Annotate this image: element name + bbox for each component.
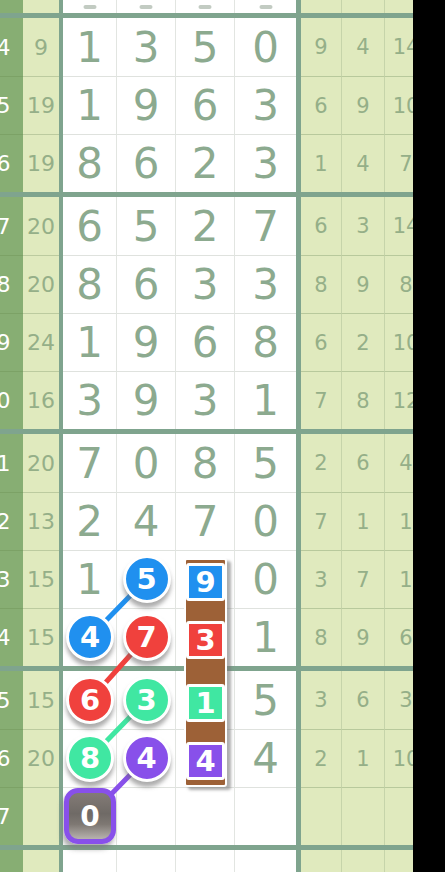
sum-cell-text: 16 bbox=[27, 388, 55, 413]
digit-cell: 5 bbox=[176, 18, 235, 76]
chart-row: 2132470711 bbox=[0, 492, 445, 550]
digit-cell bbox=[235, 0, 296, 13]
digit-cell-text: 0 bbox=[133, 439, 160, 488]
stat-cell: 2 bbox=[342, 313, 385, 371]
stat-cell: 8 bbox=[301, 255, 342, 313]
digit-cell-text: 3 bbox=[192, 376, 219, 425]
pick-square-digit: 1 bbox=[195, 686, 215, 720]
stat-cell-text: 2 bbox=[314, 451, 327, 475]
period-cell: 1 bbox=[0, 434, 23, 492]
chart-row: 1207085264 bbox=[0, 434, 445, 492]
stat-cell-text: 9 bbox=[356, 94, 369, 118]
sum-cell-text: 19 bbox=[27, 151, 55, 176]
stat-cell-text: 7 bbox=[314, 510, 327, 534]
chart-row: 51919636910 bbox=[0, 76, 445, 134]
period-cell-text: 5 bbox=[0, 688, 11, 713]
digit-cell-text: 7 bbox=[192, 497, 219, 546]
sum-cell-text: 20 bbox=[27, 214, 55, 239]
digit-cell-text: 8 bbox=[76, 139, 103, 188]
stat-cell: 4 bbox=[342, 134, 385, 192]
digit-cell-text: 3 bbox=[192, 260, 219, 309]
digit-cell: 6 bbox=[117, 134, 176, 192]
stat-cell: 6 bbox=[301, 76, 342, 134]
period-cell-text: 1 bbox=[0, 451, 11, 476]
stat-cell: 3 bbox=[301, 671, 342, 729]
period-cell bbox=[0, 0, 23, 13]
stat-cell-text: 2 bbox=[314, 747, 327, 771]
sum-cell: 15 bbox=[23, 671, 59, 729]
period-cell: 8 bbox=[0, 255, 23, 313]
period-cell-text: 2 bbox=[0, 509, 11, 534]
digit-cell-text: 1 bbox=[76, 318, 103, 367]
digit-cell bbox=[235, 787, 296, 845]
stat-cell: 1 bbox=[301, 134, 342, 192]
sum-cell: 16 bbox=[23, 371, 59, 429]
chart-row-partial bbox=[0, 0, 445, 13]
digit-cell-text: 1 bbox=[76, 23, 103, 72]
sum-cell bbox=[23, 787, 59, 845]
cut-digit-sliver bbox=[140, 5, 153, 9]
digit-cell-text: 2 bbox=[192, 202, 219, 251]
digit-cell: 9 bbox=[117, 313, 176, 371]
cut-digit-sliver bbox=[259, 5, 272, 9]
period-cell-text: 4 bbox=[0, 35, 11, 60]
sum-cell: 15 bbox=[23, 608, 59, 666]
stat-cell: 9 bbox=[342, 255, 385, 313]
digit-cell: 3 bbox=[176, 371, 235, 429]
stat-cell-text: 7 bbox=[356, 568, 369, 592]
digit-cell-text: 8 bbox=[192, 439, 219, 488]
period-cell: 6 bbox=[0, 729, 23, 787]
sum-cell: 19 bbox=[23, 134, 59, 192]
pick-circle[interactable]: 5 bbox=[123, 555, 171, 603]
pick-square-digit: 3 bbox=[195, 623, 215, 657]
stat-cell: 6 bbox=[342, 434, 385, 492]
digit-cell-text: 2 bbox=[192, 139, 219, 188]
digit-cell-text: 9 bbox=[133, 81, 160, 130]
stat-cell: 7 bbox=[301, 492, 342, 550]
stat-cell-text: 1 bbox=[399, 510, 412, 534]
period-cell-text: 6 bbox=[0, 746, 11, 771]
digit-cell: 3 bbox=[235, 255, 296, 313]
pick-square-digit: 4 bbox=[195, 744, 215, 778]
digit-cell: 9 bbox=[117, 76, 176, 134]
digit-cell: 7 bbox=[176, 492, 235, 550]
digit-cell: 1 bbox=[235, 371, 296, 429]
digit-cell: 6 bbox=[176, 76, 235, 134]
stat-cell-text: 8 bbox=[399, 273, 412, 297]
digit-cell-text: 0 bbox=[252, 23, 279, 72]
digit-cell-text: 6 bbox=[192, 81, 219, 130]
digit-cell: 8 bbox=[63, 134, 117, 192]
sum-cell-text: 9 bbox=[34, 35, 48, 60]
stat-cell-text: 8 bbox=[314, 273, 327, 297]
digit-cell: 3 bbox=[235, 76, 296, 134]
stat-cell: 1 bbox=[342, 492, 385, 550]
digit-cell bbox=[176, 0, 235, 13]
digit-cell-text: 8 bbox=[76, 260, 103, 309]
digit-cell-text: 6 bbox=[133, 260, 160, 309]
digit-cell: 1 bbox=[63, 550, 117, 608]
pick-circle[interactable]: 3 bbox=[123, 676, 171, 724]
stat-cell: 6 bbox=[301, 313, 342, 371]
digit-cell: 0 bbox=[235, 18, 296, 76]
digit-cell: 6 bbox=[176, 313, 235, 371]
digit-cell-text: 0 bbox=[252, 497, 279, 546]
sum-cell-text: 20 bbox=[27, 746, 55, 771]
rolling-pick-digit: 0 bbox=[80, 800, 99, 833]
pick-circle[interactable]: 4 bbox=[66, 613, 114, 661]
digit-cell bbox=[63, 850, 117, 872]
stat-cell: 8 bbox=[342, 371, 385, 429]
pick-square[interactable]: 9 bbox=[186, 563, 225, 601]
sum-cell: 19 bbox=[23, 76, 59, 134]
digit-cell: 6 bbox=[117, 255, 176, 313]
sum-cell-text: 15 bbox=[27, 688, 55, 713]
digit-cell-text: 3 bbox=[252, 81, 279, 130]
chart-row: 92419686210 bbox=[0, 313, 445, 371]
pick-square[interactable]: 3 bbox=[186, 621, 225, 659]
period-cell-text: 7 bbox=[0, 214, 11, 239]
digit-cell: 1 bbox=[63, 76, 117, 134]
stat-cell: 6 bbox=[342, 671, 385, 729]
digit-cell: 2 bbox=[176, 134, 235, 192]
stat-cell: 1 bbox=[342, 729, 385, 787]
digit-cell bbox=[117, 0, 176, 13]
digit-cell-text: 7 bbox=[76, 439, 103, 488]
digit-cell: 8 bbox=[176, 434, 235, 492]
digit-cell-text: 1 bbox=[76, 555, 103, 604]
cut-digit-sliver bbox=[199, 5, 212, 9]
stat-cell: 3 bbox=[342, 197, 385, 255]
pick-circle-digit: 5 bbox=[136, 562, 156, 596]
digit-cell: 1 bbox=[63, 18, 117, 76]
stat-cell-text: 6 bbox=[314, 94, 327, 118]
digit-cell: 0 bbox=[235, 492, 296, 550]
stat-cell-text: 1 bbox=[314, 152, 327, 176]
sum-cell: 24 bbox=[23, 313, 59, 371]
period-cell: 7 bbox=[0, 197, 23, 255]
stat-cell-text: 2 bbox=[356, 331, 369, 355]
period-cell-text: 8 bbox=[0, 272, 11, 297]
digit-cell-text: 9 bbox=[133, 318, 160, 367]
period-cell-text: 4 bbox=[0, 625, 11, 650]
period-cell-text: 9 bbox=[0, 330, 11, 355]
digit-cell-text: 4 bbox=[133, 497, 160, 546]
digit-cell: 3 bbox=[63, 371, 117, 429]
digit-cell bbox=[117, 787, 176, 845]
digit-cell: 5 bbox=[117, 197, 176, 255]
digit-cell bbox=[117, 850, 176, 872]
digit-cell bbox=[176, 850, 235, 872]
pick-circle[interactable]: 8 bbox=[66, 734, 114, 782]
stat-cell: 2 bbox=[301, 729, 342, 787]
sum-cell-text: 15 bbox=[27, 567, 55, 592]
period-cell bbox=[0, 850, 23, 872]
pick-circle-digit: 7 bbox=[136, 620, 156, 654]
stat-cell-text: 4 bbox=[356, 35, 369, 59]
digit-cell-text: 3 bbox=[252, 260, 279, 309]
period-cell-text: 0 bbox=[0, 388, 11, 413]
digit-cell: 8 bbox=[63, 255, 117, 313]
pick-circle-digit: 6 bbox=[80, 683, 100, 717]
digit-cell-text: 7 bbox=[252, 202, 279, 251]
sum-cell-text: 24 bbox=[27, 330, 55, 355]
stat-cell-text: 3 bbox=[314, 688, 327, 712]
chart-row: 72065276314 bbox=[0, 197, 445, 255]
digit-cell: 4 bbox=[235, 729, 296, 787]
sum-cell: 20 bbox=[23, 255, 59, 313]
sum-cell-text: 15 bbox=[27, 625, 55, 650]
digit-cell-text: 4 bbox=[252, 734, 279, 783]
digit-cell: 8 bbox=[235, 313, 296, 371]
digit-cell-text: 6 bbox=[192, 318, 219, 367]
digit-cell-text: 9 bbox=[133, 376, 160, 425]
stat-cell: 9 bbox=[342, 76, 385, 134]
stat-cell-text: 1 bbox=[399, 568, 412, 592]
sum-cell-text: 20 bbox=[27, 451, 55, 476]
stat-cell-text: 3 bbox=[356, 214, 369, 238]
digit-cell: 2 bbox=[176, 197, 235, 255]
digit-cell: 0 bbox=[117, 434, 176, 492]
digit-cell: 1 bbox=[63, 313, 117, 371]
pick-square[interactable]: 4 bbox=[186, 742, 225, 780]
digit-cell-text: 8 bbox=[252, 318, 279, 367]
digit-cell-text: 3 bbox=[76, 376, 103, 425]
stat-cell: 9 bbox=[301, 18, 342, 76]
stat-cell-text: 6 bbox=[399, 626, 412, 650]
stat-cell bbox=[342, 787, 385, 845]
stat-cell: 6 bbox=[301, 197, 342, 255]
stat-cell-text: 9 bbox=[356, 273, 369, 297]
stat-cell-text: 6 bbox=[314, 331, 327, 355]
digit-cell: 7 bbox=[63, 434, 117, 492]
stat-cell-text: 6 bbox=[314, 214, 327, 238]
stat-cell-text: 9 bbox=[314, 35, 327, 59]
digit-cell bbox=[235, 850, 296, 872]
sum-cell: 15 bbox=[23, 550, 59, 608]
period-cell: 2 bbox=[0, 492, 23, 550]
sum-cell: 20 bbox=[23, 197, 59, 255]
period-cell-text: 5 bbox=[0, 93, 11, 118]
sum-cell: 20 bbox=[23, 434, 59, 492]
chart-row: 8208633898 bbox=[0, 255, 445, 313]
digit-cell-text: 1 bbox=[252, 613, 279, 662]
digit-cell: 2 bbox=[63, 492, 117, 550]
digit-cell: 4 bbox=[117, 492, 176, 550]
period-cell: 7 bbox=[0, 787, 23, 845]
pick-circle-digit: 8 bbox=[80, 741, 100, 775]
pick-circle-digit: 3 bbox=[136, 683, 156, 717]
stat-cell-text: 6 bbox=[356, 451, 369, 475]
digit-cell: 7 bbox=[235, 197, 296, 255]
stat-cell-text: 1 bbox=[356, 510, 369, 534]
digit-cell: 9 bbox=[117, 371, 176, 429]
period-cell-text: 3 bbox=[0, 567, 11, 592]
pick-square-digit: 9 bbox=[195, 565, 215, 599]
digit-cell: 3 bbox=[176, 255, 235, 313]
stat-cell-text: 7 bbox=[314, 389, 327, 413]
digit-cell: 3 bbox=[235, 134, 296, 192]
period-cell: 3 bbox=[0, 550, 23, 608]
period-cell: 6 bbox=[0, 134, 23, 192]
digit-cell: 0 bbox=[235, 550, 296, 608]
digit-cell-text: 3 bbox=[133, 23, 160, 72]
sum-cell: 13 bbox=[23, 492, 59, 550]
stat-cell: 9 bbox=[342, 608, 385, 666]
digit-cell-text: 1 bbox=[76, 81, 103, 130]
digit-cell: 5 bbox=[235, 671, 296, 729]
chart-row: 4913509414 bbox=[0, 18, 445, 76]
stat-cell bbox=[301, 0, 342, 13]
stat-cell-text: 8 bbox=[356, 389, 369, 413]
sum-cell: 9 bbox=[23, 18, 59, 76]
stat-cell-text: 4 bbox=[399, 451, 412, 475]
chart-row: 01639317812 bbox=[0, 371, 445, 429]
stat-cell bbox=[301, 850, 342, 872]
stat-cell: 3 bbox=[301, 550, 342, 608]
pick-circle-digit: 4 bbox=[136, 741, 156, 775]
stat-cell-text: 1 bbox=[356, 747, 369, 771]
chart-row: 6198623147 bbox=[0, 134, 445, 192]
stat-cell-text: 4 bbox=[356, 152, 369, 176]
digit-cell bbox=[176, 787, 235, 845]
stat-cell-text: 7 bbox=[399, 152, 412, 176]
stat-cell-text: 3 bbox=[314, 568, 327, 592]
period-cell-text: 6 bbox=[0, 151, 11, 176]
digit-cell-text: 5 bbox=[252, 676, 279, 725]
digit-cell: 1 bbox=[235, 608, 296, 666]
digit-cell bbox=[63, 0, 117, 13]
stat-cell-text: 6 bbox=[356, 688, 369, 712]
digit-cell-text: 6 bbox=[133, 139, 160, 188]
stat-cell: 8 bbox=[301, 608, 342, 666]
stat-cell: 2 bbox=[301, 434, 342, 492]
period-cell: 5 bbox=[0, 76, 23, 134]
digit-cell-text: 5 bbox=[133, 202, 160, 251]
pick-circle[interactable]: 6 bbox=[66, 676, 114, 724]
stat-cell-text: 3 bbox=[399, 688, 412, 712]
sum-cell-text: 20 bbox=[27, 272, 55, 297]
pick-circle[interactable]: 4 bbox=[123, 734, 171, 782]
stat-cell-text: 8 bbox=[314, 626, 327, 650]
stat-cell: 4 bbox=[342, 18, 385, 76]
digit-cell-text: 5 bbox=[252, 439, 279, 488]
digit-cell-text: 1 bbox=[252, 376, 279, 425]
cut-digit-sliver bbox=[83, 5, 96, 9]
pick-circle[interactable]: 7 bbox=[123, 613, 171, 661]
period-cell: 4 bbox=[0, 608, 23, 666]
digit-cell-text: 3 bbox=[252, 139, 279, 188]
screen-cutoff bbox=[413, 0, 445, 872]
pick-circle-digit: 4 bbox=[80, 620, 100, 654]
sum-cell: 20 bbox=[23, 729, 59, 787]
digit-cell: 5 bbox=[235, 434, 296, 492]
sum-cell bbox=[23, 850, 59, 872]
digit-cell: 6 bbox=[63, 197, 117, 255]
period-cell: 5 bbox=[0, 671, 23, 729]
pick-square[interactable]: 1 bbox=[186, 684, 225, 722]
sum-cell bbox=[23, 0, 59, 13]
lottery-trend-screen: 4913509414519196369106198623147720652763… bbox=[0, 0, 445, 872]
period-cell-text: 7 bbox=[0, 804, 11, 829]
digit-cell: 3 bbox=[117, 18, 176, 76]
digit-cell-text: 2 bbox=[76, 497, 103, 546]
digit-cell-text: 0 bbox=[252, 555, 279, 604]
stat-cell bbox=[301, 787, 342, 845]
chart-row-partial bbox=[0, 850, 445, 872]
stat-cell bbox=[342, 850, 385, 872]
period-cell: 0 bbox=[0, 371, 23, 429]
digit-cell-text: 5 bbox=[192, 23, 219, 72]
digit-cell-text: 6 bbox=[76, 202, 103, 251]
stat-cell: 7 bbox=[301, 371, 342, 429]
sum-cell-text: 19 bbox=[27, 93, 55, 118]
period-cell: 9 bbox=[0, 313, 23, 371]
stat-cell: 7 bbox=[342, 550, 385, 608]
rolling-pick-slot[interactable]: 0 bbox=[64, 788, 116, 844]
stat-cell bbox=[342, 0, 385, 13]
sum-cell-text: 13 bbox=[27, 509, 55, 534]
period-cell: 4 bbox=[0, 18, 23, 76]
stat-cell-text: 9 bbox=[356, 626, 369, 650]
